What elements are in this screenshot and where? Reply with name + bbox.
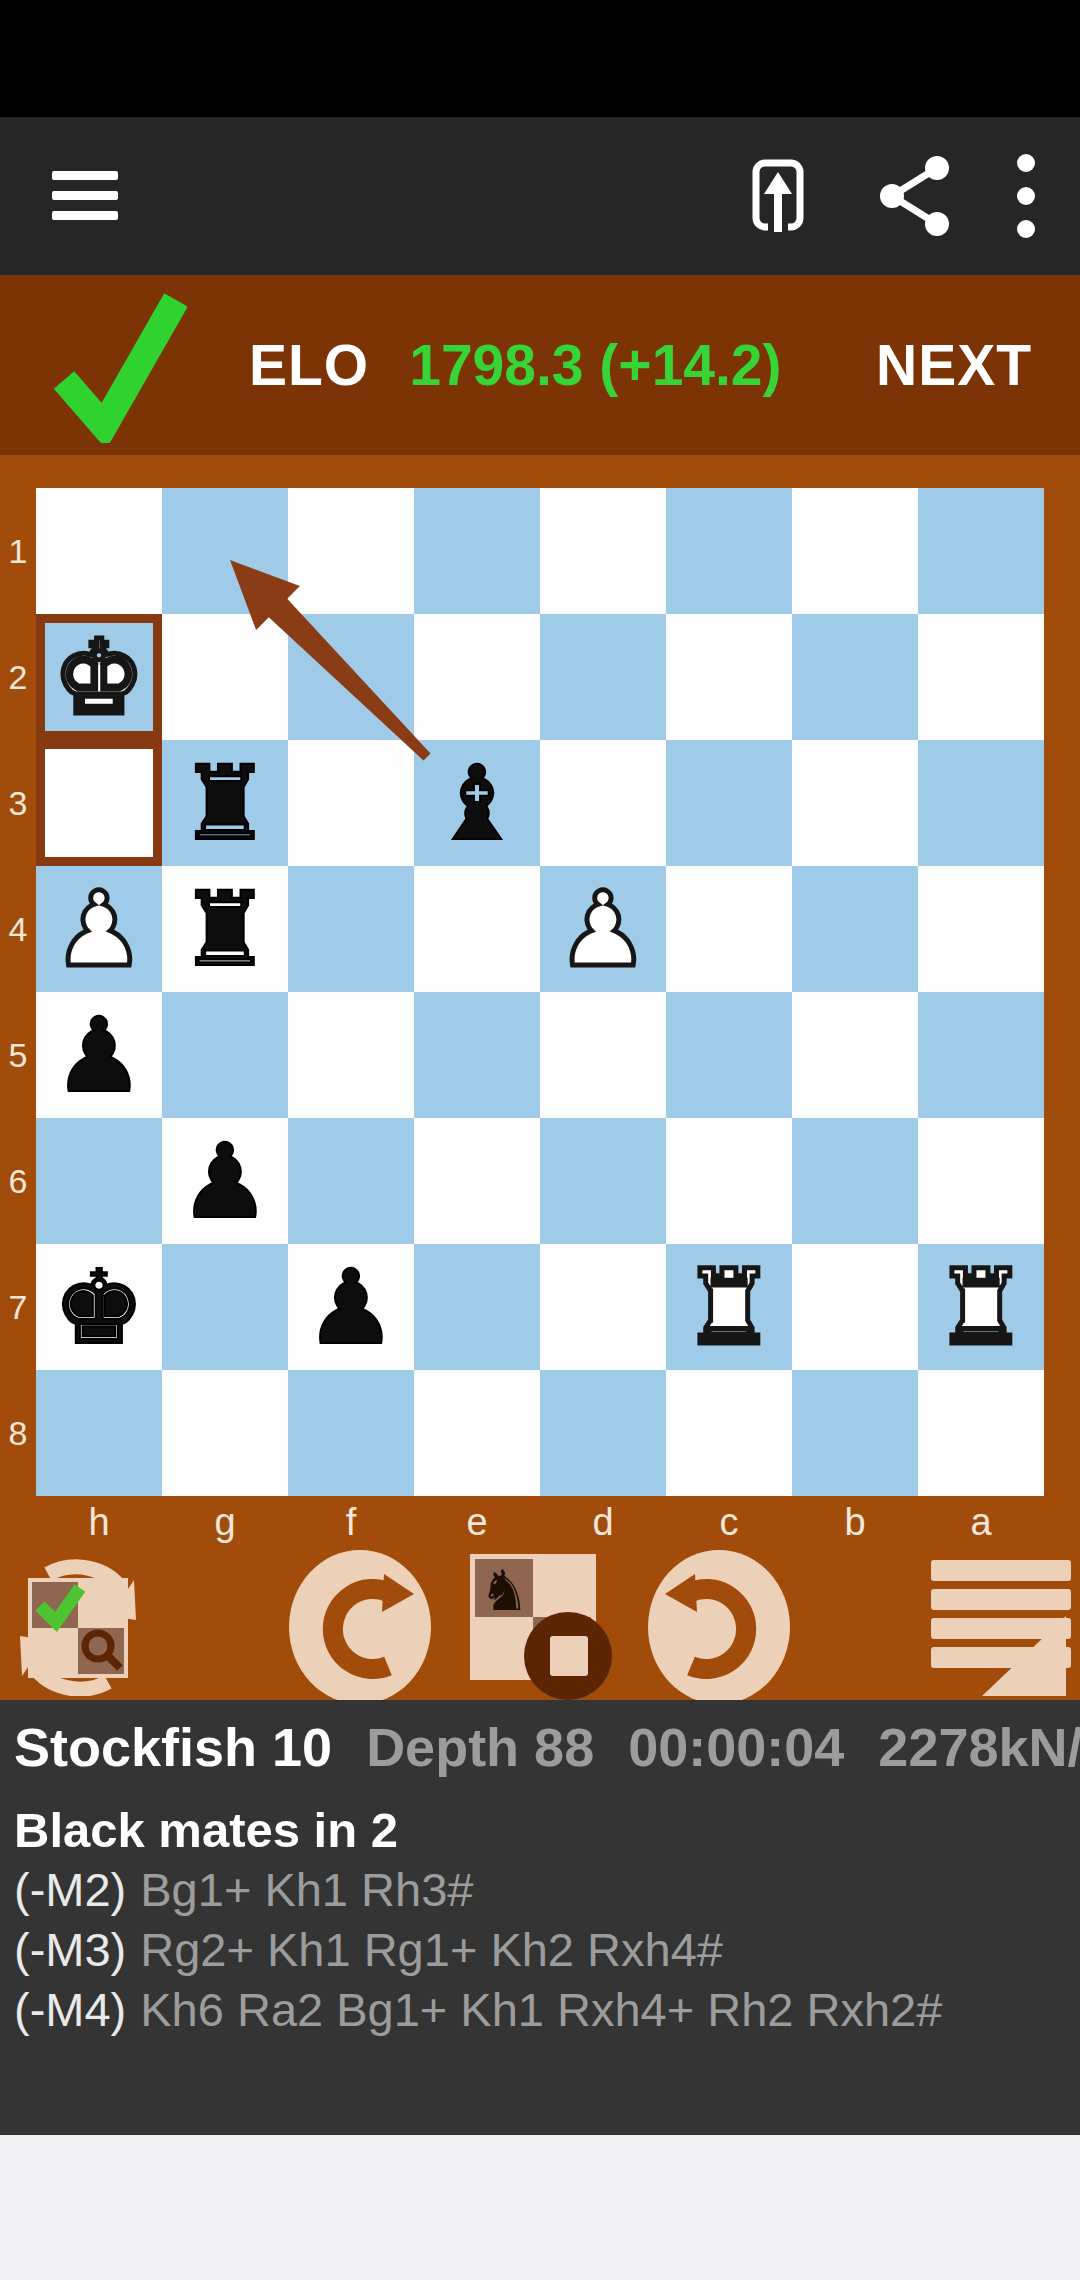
undo-button[interactable]	[288, 1548, 433, 1709]
rank-label-2: 2	[0, 614, 36, 740]
next-puzzle-button[interactable]: NEXT	[870, 331, 1038, 399]
elo-label: ELO	[249, 332, 369, 398]
square-b5[interactable]	[792, 992, 918, 1118]
rank-label-8: 8	[0, 1370, 36, 1496]
line-score: (-M4)	[14, 1983, 126, 2036]
square-c5[interactable]	[666, 992, 792, 1118]
square-e6[interactable]	[414, 1118, 540, 1244]
svg-text:♞: ♞	[479, 1558, 529, 1623]
line-score: (-M3)	[14, 1923, 126, 1976]
elo-value: 1798.3 (+14.2)	[409, 332, 781, 398]
line-moves: Bg1+ Kh1 Rh3#	[140, 1863, 473, 1916]
menu-icon	[52, 171, 120, 221]
square-a3[interactable]	[918, 740, 1044, 866]
puzzle-mode-button[interactable]	[14, 1554, 142, 1699]
square-c2[interactable]	[666, 614, 792, 740]
square-e5[interactable]	[414, 992, 540, 1118]
square-e4[interactable]	[414, 866, 540, 992]
rank-label-4: 4	[0, 866, 36, 992]
square-d4[interactable]: ♟	[540, 866, 666, 992]
square-b4[interactable]	[792, 866, 918, 992]
puzzle-mode-icon	[14, 1554, 142, 1696]
engine-analysis-panel: Stockfish 10 Depth 88 00:00:04 2278kN/s …	[0, 1700, 1080, 2135]
square-e7[interactable]	[414, 1244, 540, 1370]
square-f5[interactable]	[288, 992, 414, 1118]
engine-status-row: Stockfish 10 Depth 88 00:00:04 2278kN/s	[14, 1716, 1066, 1778]
line-moves: Kh6 Ra2 Bg1+ Kh1 Rxh4+ Rh2 Rxh2#	[140, 1983, 942, 2036]
square-h7[interactable]: ♚	[36, 1244, 162, 1370]
redo-icon	[646, 1548, 791, 1706]
white-pawn-d4: ♟	[557, 866, 649, 992]
engine-line-3[interactable]: (-M4)Kh6 Ra2 Bg1+ Kh1 Rxh4+ Rh2 Rxh2#	[14, 1980, 1066, 2040]
square-a8[interactable]	[918, 1370, 1044, 1496]
square-g7[interactable]	[162, 1244, 288, 1370]
rank-label-7: 7	[0, 1244, 36, 1370]
file-label-h: h	[36, 1496, 162, 1548]
square-d5[interactable]	[540, 992, 666, 1118]
square-d1[interactable]	[540, 488, 666, 614]
square-g1[interactable]	[162, 488, 288, 614]
board-frame: 12345678 ♚♜♝♟♜♟♟♟♚♟♜♜ hgfedcba	[0, 455, 1080, 1700]
square-b2[interactable]	[792, 614, 918, 740]
square-h8[interactable]	[36, 1370, 162, 1496]
file-labels: hgfedcba	[36, 1496, 1044, 1548]
file-label-f: f	[288, 1496, 414, 1548]
square-f7[interactable]: ♟	[288, 1244, 414, 1370]
square-h6[interactable]	[36, 1118, 162, 1244]
square-g2[interactable]	[162, 614, 288, 740]
engine-play-stop-icon: ♞	[462, 1552, 612, 1700]
square-h5[interactable]: ♟	[36, 992, 162, 1118]
file-label-a: a	[918, 1496, 1044, 1548]
square-g6[interactable]: ♟	[162, 1118, 288, 1244]
square-c7[interactable]: ♜	[666, 1244, 792, 1370]
black-rook-g4: ♜	[179, 866, 271, 992]
status-bar	[0, 0, 1080, 117]
export-icon	[742, 158, 814, 234]
line-moves: Rg2+ Kh1 Rg1+ Kh2 Rxh4#	[140, 1923, 723, 1976]
square-b6[interactable]	[792, 1118, 918, 1244]
file-label-g: g	[162, 1496, 288, 1548]
redo-button[interactable]	[646, 1548, 791, 1709]
black-rook-g3: ♜	[179, 740, 271, 866]
square-h1[interactable]	[36, 488, 162, 614]
engine-line-1[interactable]: (-M2)Bg1+ Kh1 Rh3#	[14, 1860, 1066, 1920]
white-rook-a7: ♜	[935, 1244, 1027, 1370]
square-c1[interactable]	[666, 488, 792, 614]
app-bar	[0, 117, 1080, 275]
engine-name: Stockfish 10	[14, 1716, 332, 1778]
file-label-e: e	[414, 1496, 540, 1548]
square-a6[interactable]	[918, 1118, 1044, 1244]
square-d8[interactable]	[540, 1370, 666, 1496]
black-king-h7: ♚	[53, 1244, 145, 1370]
square-h2[interactable]: ♚	[36, 614, 162, 740]
share-icon	[880, 155, 950, 237]
white-pawn-h4: ♟	[53, 866, 145, 992]
engine-verdict: Black mates in 2	[14, 1800, 1066, 1860]
resize-handle[interactable]	[982, 1616, 1066, 1696]
engine-depth: Depth 88	[366, 1716, 594, 1778]
rank-label-1: 1	[0, 488, 36, 614]
square-g4[interactable]: ♜	[162, 866, 288, 992]
export-board-button[interactable]	[742, 158, 814, 234]
rank-label-3: 3	[0, 740, 36, 866]
square-g8[interactable]	[162, 1370, 288, 1496]
square-h4[interactable]: ♟	[36, 866, 162, 992]
black-bishop-e3: ♝	[431, 740, 523, 866]
chess-puzzle-app-screen: ELO 1798.3 (+14.2) NEXT 12345678 ♚♜♝♟♜♟♟…	[0, 0, 1080, 2280]
square-e2[interactable]	[414, 614, 540, 740]
square-d3[interactable]	[540, 740, 666, 866]
engine-line-2[interactable]: (-M3)Rg2+ Kh1 Rg1+ Kh2 Rxh4#	[14, 1920, 1066, 1980]
overflow-menu-button[interactable]	[1016, 153, 1036, 239]
undo-icon	[288, 1548, 433, 1706]
black-pawn-g6: ♟	[179, 1118, 271, 1244]
square-g3[interactable]: ♜	[162, 740, 288, 866]
square-a4[interactable]	[918, 866, 1044, 992]
file-label-d: d	[540, 1496, 666, 1548]
square-f4[interactable]	[288, 866, 414, 992]
black-pawn-f7: ♟	[305, 1244, 397, 1370]
menu-button[interactable]	[52, 171, 120, 221]
square-f6[interactable]	[288, 1118, 414, 1244]
square-h3[interactable]	[36, 740, 162, 866]
engine-speed: 2278kN/s	[878, 1716, 1080, 1778]
white-rook-c7: ♜	[683, 1244, 775, 1370]
chess-board: ♚♜♝♟♜♟♟♟♚♟♜♜	[36, 488, 1044, 1496]
square-d2[interactable]	[540, 614, 666, 740]
square-b1[interactable]	[792, 488, 918, 614]
square-a2[interactable]	[918, 614, 1044, 740]
square-c8[interactable]	[666, 1370, 792, 1496]
overflow-icon	[1016, 153, 1036, 239]
square-c6[interactable]	[666, 1118, 792, 1244]
square-f1[interactable]	[288, 488, 414, 614]
square-f2[interactable]	[288, 614, 414, 740]
square-e8[interactable]	[414, 1370, 540, 1496]
square-f8[interactable]	[288, 1370, 414, 1496]
file-label-c: c	[666, 1496, 792, 1548]
square-b8[interactable]	[792, 1370, 918, 1496]
rank-labels: 12345678	[0, 488, 36, 1496]
square-g5[interactable]	[162, 992, 288, 1118]
square-d7[interactable]	[540, 1244, 666, 1370]
square-f3[interactable]	[288, 740, 414, 866]
result-bar: ELO 1798.3 (+14.2) NEXT	[0, 275, 1080, 455]
engine-time: 00:00:04	[628, 1716, 844, 1778]
square-a1[interactable]	[918, 488, 1044, 614]
file-label-b: b	[792, 1496, 918, 1548]
rank-label-5: 5	[0, 992, 36, 1118]
rank-label-6: 6	[0, 1118, 36, 1244]
square-e1[interactable]	[414, 488, 540, 614]
square-c4[interactable]	[666, 866, 792, 992]
square-e3[interactable]: ♝	[414, 740, 540, 866]
square-b3[interactable]	[792, 740, 918, 866]
correct-checkmark-icon	[52, 288, 187, 443]
bottom-toolbar: ♞	[0, 1548, 1080, 1700]
square-a7[interactable]: ♜	[918, 1244, 1044, 1370]
black-pawn-h5: ♟	[53, 992, 145, 1118]
square-b7[interactable]	[792, 1244, 918, 1370]
square-c3[interactable]	[666, 740, 792, 866]
share-button[interactable]	[880, 155, 950, 237]
white-king-h2: ♚	[53, 614, 145, 740]
engine-play-stop-button[interactable]: ♞	[462, 1552, 612, 1703]
square-d6[interactable]	[540, 1118, 666, 1244]
line-score: (-M2)	[14, 1863, 126, 1916]
square-a5[interactable]	[918, 992, 1044, 1118]
